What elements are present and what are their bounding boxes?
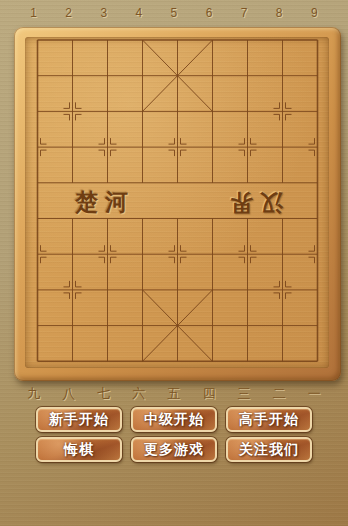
intersection-c8-r2[interactable] bbox=[265, 58, 300, 94]
intersection-c7-r8[interactable] bbox=[230, 272, 265, 308]
intersection-c5-r7[interactable] bbox=[160, 236, 195, 272]
intersection-c9-r4[interactable] bbox=[300, 129, 335, 165]
bottom-column-labels: 九八七六五四三二一 bbox=[16, 386, 332, 402]
column-label-cn-8: 二 bbox=[262, 386, 297, 402]
intersection-c4-r2[interactable] bbox=[125, 58, 160, 94]
intersection-c2-r2[interactable] bbox=[55, 58, 90, 94]
intersection-c1-r2[interactable] bbox=[20, 58, 55, 94]
menu-button-2[interactable]: 中级开始 bbox=[131, 407, 217, 432]
menu-button-5[interactable]: 更多游戏 bbox=[131, 437, 217, 462]
intersection-c9-r1[interactable] bbox=[300, 22, 335, 58]
intersection-c5-r2[interactable] bbox=[160, 58, 195, 94]
intersection-c1-r8[interactable] bbox=[20, 272, 55, 308]
intersection-c3-r3[interactable] bbox=[90, 93, 125, 129]
intersection-c4-r1[interactable] bbox=[125, 22, 160, 58]
column-label-1: 1 bbox=[16, 5, 51, 21]
intersection-c9-r3[interactable] bbox=[300, 93, 335, 129]
column-label-5: 5 bbox=[156, 5, 191, 21]
column-label-cn-9: 一 bbox=[297, 386, 332, 402]
intersection-c9-r7[interactable] bbox=[300, 236, 335, 272]
intersection-c1-r9[interactable] bbox=[20, 308, 55, 344]
intersection-c4-r7[interactable] bbox=[125, 236, 160, 272]
intersection-c3-r7[interactable] bbox=[90, 236, 125, 272]
intersection-c7-r4[interactable] bbox=[230, 129, 265, 165]
column-label-cn-2: 八 bbox=[51, 386, 86, 402]
intersection-c2-r8[interactable] bbox=[55, 272, 90, 308]
intersection-c3-r8[interactable] bbox=[90, 272, 125, 308]
board-intersections bbox=[20, 22, 335, 379]
intersection-c3-r4[interactable] bbox=[90, 129, 125, 165]
intersection-c1-r3[interactable] bbox=[20, 93, 55, 129]
intersection-c3-r6[interactable] bbox=[90, 200, 125, 236]
intersection-c4-r9[interactable] bbox=[125, 308, 160, 344]
intersection-c5-r3[interactable] bbox=[160, 93, 195, 129]
intersection-c2-r9[interactable] bbox=[55, 308, 90, 344]
column-label-cn-5: 五 bbox=[156, 386, 191, 402]
intersection-c6-r9[interactable] bbox=[195, 308, 230, 344]
column-label-7: 7 bbox=[227, 5, 262, 21]
intersection-c2-r6[interactable] bbox=[55, 200, 90, 236]
column-label-3: 3 bbox=[86, 5, 121, 21]
intersection-c9-r9[interactable] bbox=[300, 308, 335, 344]
intersection-c4-r10[interactable] bbox=[125, 343, 160, 379]
column-label-cn-6: 四 bbox=[191, 386, 226, 402]
intersection-c9-r10[interactable] bbox=[300, 343, 335, 379]
intersection-c8-r4[interactable] bbox=[265, 129, 300, 165]
intersection-c8-r3[interactable] bbox=[265, 93, 300, 129]
column-label-cn-1: 九 bbox=[16, 386, 51, 402]
intersection-c2-r10[interactable] bbox=[55, 343, 90, 379]
intersection-c7-r1[interactable] bbox=[230, 22, 265, 58]
intersection-c2-r3[interactable] bbox=[55, 93, 90, 129]
intersection-c7-r9[interactable] bbox=[230, 308, 265, 344]
intersection-c6-r4[interactable] bbox=[195, 129, 230, 165]
intersection-c4-r4[interactable] bbox=[125, 129, 160, 165]
intersection-c1-r7[interactable] bbox=[20, 236, 55, 272]
column-label-9: 9 bbox=[297, 5, 332, 21]
column-label-cn-4: 六 bbox=[121, 386, 156, 402]
intersection-c8-r9[interactable] bbox=[265, 308, 300, 344]
intersection-c5-r6[interactable] bbox=[160, 200, 195, 236]
intersection-c8-r7[interactable] bbox=[265, 236, 300, 272]
intersection-c1-r4[interactable] bbox=[20, 129, 55, 165]
intersection-c5-r5[interactable] bbox=[160, 165, 195, 201]
column-label-2: 2 bbox=[51, 5, 86, 21]
intersection-c2-r1[interactable] bbox=[55, 22, 90, 58]
intersection-c6-r3[interactable] bbox=[195, 93, 230, 129]
intersection-c5-r1[interactable] bbox=[160, 22, 195, 58]
column-label-cn-7: 三 bbox=[227, 386, 262, 402]
intersection-c4-r5[interactable] bbox=[125, 165, 160, 201]
intersection-c9-r8[interactable] bbox=[300, 272, 335, 308]
intersection-c7-r10[interactable] bbox=[230, 343, 265, 379]
menu-button-4[interactable]: 悔棋 bbox=[36, 437, 122, 462]
menu-button-6[interactable]: 关注我们 bbox=[226, 437, 312, 462]
intersection-c2-r4[interactable] bbox=[55, 129, 90, 165]
intersection-c8-r10[interactable] bbox=[265, 343, 300, 379]
column-label-8: 8 bbox=[262, 5, 297, 21]
intersection-c6-r1[interactable] bbox=[195, 22, 230, 58]
intersection-c1-r10[interactable] bbox=[20, 343, 55, 379]
intersection-c2-r7[interactable] bbox=[55, 236, 90, 272]
intersection-c9-r5[interactable] bbox=[300, 165, 335, 201]
xiangqi-app: 123456789 楚河 汉界 九八七六五四三二一 新手开始中级开始高手开始悔棋… bbox=[0, 0, 348, 526]
intersection-c7-r5[interactable] bbox=[230, 165, 265, 201]
intersection-c8-r8[interactable] bbox=[265, 272, 300, 308]
intersection-c1-r6[interactable] bbox=[20, 200, 55, 236]
intersection-c4-r3[interactable] bbox=[125, 93, 160, 129]
column-label-6: 6 bbox=[191, 5, 226, 21]
intersection-c3-r1[interactable] bbox=[90, 22, 125, 58]
intersection-c7-r2[interactable] bbox=[230, 58, 265, 94]
intersection-c5-r8[interactable] bbox=[160, 272, 195, 308]
intersection-c4-r6[interactable] bbox=[125, 200, 160, 236]
intersection-c1-r1[interactable] bbox=[20, 22, 55, 58]
intersection-c6-r6[interactable] bbox=[195, 200, 230, 236]
intersection-c6-r2[interactable] bbox=[195, 58, 230, 94]
intersection-c8-r6[interactable] bbox=[265, 200, 300, 236]
intersection-c1-r5[interactable] bbox=[20, 165, 55, 201]
top-column-labels: 123456789 bbox=[16, 5, 332, 21]
column-label-cn-3: 七 bbox=[86, 386, 121, 402]
intersection-c6-r5[interactable] bbox=[195, 165, 230, 201]
menu-button-1[interactable]: 新手开始 bbox=[36, 407, 122, 432]
intersection-c6-r10[interactable] bbox=[195, 343, 230, 379]
intersection-c6-r8[interactable] bbox=[195, 272, 230, 308]
intersection-c9-r6[interactable] bbox=[300, 200, 335, 236]
intersection-c8-r5[interactable] bbox=[265, 165, 300, 201]
intersection-c7-r6[interactable] bbox=[230, 200, 265, 236]
intersection-c7-r7[interactable] bbox=[230, 236, 265, 272]
intersection-c3-r2[interactable] bbox=[90, 58, 125, 94]
intersection-c8-r1[interactable] bbox=[265, 22, 300, 58]
intersection-c3-r10[interactable] bbox=[90, 343, 125, 379]
intersection-c3-r5[interactable] bbox=[90, 165, 125, 201]
intersection-c9-r2[interactable] bbox=[300, 58, 335, 94]
intersection-c7-r3[interactable] bbox=[230, 93, 265, 129]
intersection-c5-r9[interactable] bbox=[160, 308, 195, 344]
intersection-c5-r4[interactable] bbox=[160, 129, 195, 165]
menu-button-3[interactable]: 高手开始 bbox=[226, 407, 312, 432]
intersection-c5-r10[interactable] bbox=[160, 343, 195, 379]
menu-buttons: 新手开始中级开始高手开始悔棋更多游戏关注我们 bbox=[36, 407, 314, 462]
intersection-c6-r7[interactable] bbox=[195, 236, 230, 272]
intersection-c4-r8[interactable] bbox=[125, 272, 160, 308]
intersection-c2-r5[interactable] bbox=[55, 165, 90, 201]
intersection-c3-r9[interactable] bbox=[90, 308, 125, 344]
column-label-4: 4 bbox=[121, 5, 156, 21]
